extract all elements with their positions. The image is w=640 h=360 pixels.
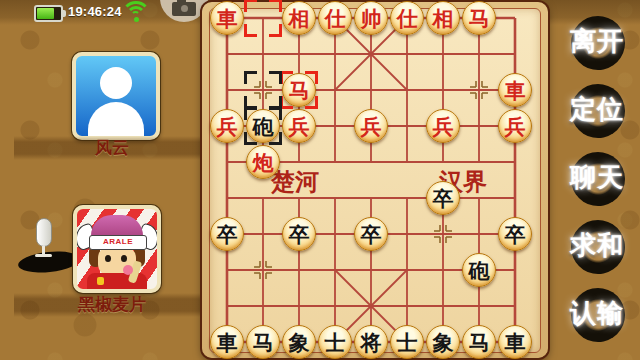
game-screen: 19:46:24 风云 ARALE 黑椒麦片 楚河汉界 車相仕帅仕相马马車: [0, 0, 640, 360]
battery-tip: [63, 10, 66, 17]
clock-time: 19:46:24: [68, 4, 124, 19]
resign-button[interactable]: 认输: [556, 282, 638, 348]
last-move-black-from-marker: [246, 73, 280, 107]
player-name: 黑椒麦片: [14, 293, 210, 317]
last-move-red-to-marker: [282, 73, 316, 107]
leave-button[interactable]: 离开: [556, 10, 638, 76]
last-move-red-from-marker: [246, 1, 280, 35]
xiangqi-board[interactable]: 楚河汉界 車相仕帅仕相马马車兵砲兵兵兵兵炮卒卒卒卒卒砲車马象士将士象马車: [202, 2, 548, 358]
wifi-icon: [122, 1, 150, 23]
battery-fill: [37, 8, 54, 19]
opponent-name: 风云: [14, 136, 210, 160]
chat-button[interactable]: 聊天: [556, 146, 638, 212]
locate-button[interactable]: 定位: [556, 78, 638, 144]
person-icon: [100, 67, 132, 99]
draw-offer-button[interactable]: 求和: [556, 214, 638, 280]
cap-text: ARALE: [89, 235, 147, 250]
battery-icon: [34, 5, 63, 22]
microphone-icon: [36, 218, 52, 247]
opponent-avatar[interactable]: [72, 52, 160, 140]
last-move-markers: [202, 2, 548, 358]
last-move-black-to-marker: [246, 109, 280, 143]
player-avatar[interactable]: ARALE: [73, 205, 161, 293]
